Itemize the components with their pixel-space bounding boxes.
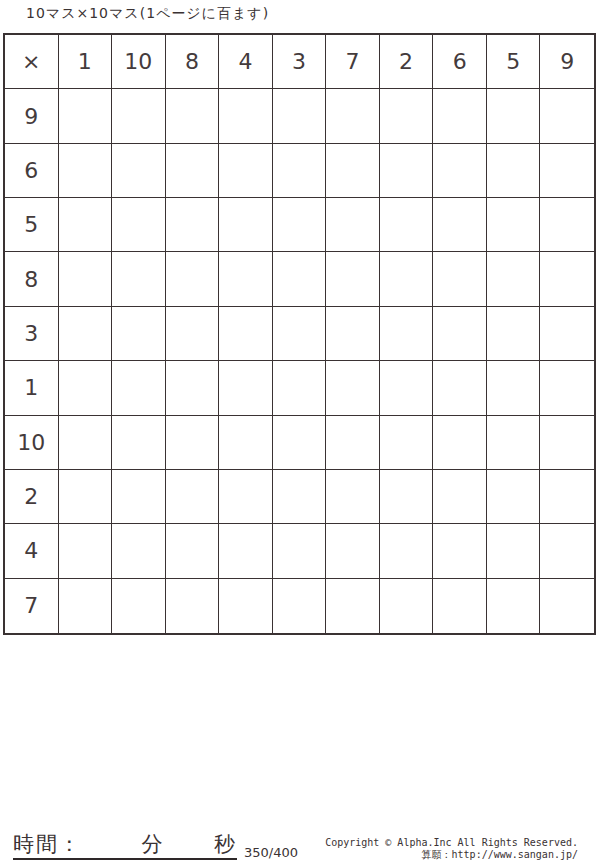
answer-cell (540, 524, 594, 578)
answer-cell (273, 524, 327, 578)
answer-cell (112, 361, 166, 415)
answer-cell (326, 144, 380, 198)
operator-cell: × (5, 35, 59, 89)
answer-cell (380, 252, 434, 306)
answer-cell (166, 144, 220, 198)
answer-cell (326, 252, 380, 306)
answer-cell (540, 89, 594, 143)
answer-cell (540, 579, 594, 633)
answer-cell (540, 144, 594, 198)
answer-cell (59, 361, 113, 415)
answer-cell (112, 198, 166, 252)
answer-cell (273, 470, 327, 524)
col-header-cell: 6 (433, 35, 487, 89)
answer-cell (166, 198, 220, 252)
col-header-cell: 2 (380, 35, 434, 89)
answer-cell (380, 416, 434, 470)
answer-cell (540, 361, 594, 415)
answer-cell (59, 198, 113, 252)
answer-cell (433, 252, 487, 306)
answer-cell (219, 416, 273, 470)
answer-cell (433, 470, 487, 524)
answer-cell (433, 361, 487, 415)
answer-cell (326, 307, 380, 361)
answer-cell (326, 89, 380, 143)
progress-counter: 350/400 (244, 845, 298, 860)
answer-cell (540, 307, 594, 361)
answer-cell (540, 416, 594, 470)
answer-cell (380, 470, 434, 524)
answer-cell (59, 524, 113, 578)
answer-cell (380, 307, 434, 361)
answer-cell (273, 361, 327, 415)
answer-cell (112, 144, 166, 198)
answer-cell (433, 579, 487, 633)
answer-cell (433, 524, 487, 578)
col-header-cell: 8 (166, 35, 220, 89)
answer-cell (326, 198, 380, 252)
page-title: 10マス×10マス(1ページに百ます) (26, 5, 269, 23)
answer-cell (219, 89, 273, 143)
row-header-cell: 7 (5, 579, 59, 633)
answer-cell (59, 252, 113, 306)
source-site-line: 算願：http://www.sangan.jp/ (325, 849, 578, 861)
col-header-cell: 3 (273, 35, 327, 89)
answer-cell (112, 470, 166, 524)
col-header-cell: 7 (326, 35, 380, 89)
answer-cell (112, 307, 166, 361)
answer-cell (166, 470, 220, 524)
answer-cell (59, 470, 113, 524)
row-header-cell: 9 (5, 89, 59, 143)
answer-cell (433, 144, 487, 198)
row-header-cell: 5 (5, 198, 59, 252)
answer-cell (487, 252, 541, 306)
col-header-cell: 9 (540, 35, 594, 89)
answer-cell (326, 470, 380, 524)
answer-cell (433, 89, 487, 143)
answer-cell (166, 307, 220, 361)
answer-cell (112, 579, 166, 633)
answer-cell (59, 579, 113, 633)
answer-cell (273, 198, 327, 252)
answer-cell (219, 470, 273, 524)
answer-cell (112, 89, 166, 143)
answer-cell (112, 524, 166, 578)
answer-cell (487, 198, 541, 252)
answer-cell (273, 416, 327, 470)
col-header-cell: 10 (112, 35, 166, 89)
col-header-cell: 4 (219, 35, 273, 89)
answer-cell (219, 198, 273, 252)
answer-cell (273, 307, 327, 361)
answer-cell (380, 198, 434, 252)
answer-cell (273, 252, 327, 306)
answer-cell (219, 252, 273, 306)
answer-cell (273, 144, 327, 198)
answer-cell (219, 307, 273, 361)
minutes-label: 分 (141, 830, 164, 858)
answer-cell (433, 307, 487, 361)
time-entry-line: 時間： 分 秒 (13, 833, 237, 860)
answer-cell (487, 579, 541, 633)
answer-cell (380, 579, 434, 633)
row-header-cell: 8 (5, 252, 59, 306)
answer-cell (219, 144, 273, 198)
answer-cell (219, 524, 273, 578)
copyright-block: Copyright © Alpha.Inc All Rights Reserve… (325, 837, 578, 860)
answer-cell (166, 579, 220, 633)
answer-cell (166, 361, 220, 415)
answer-cell (273, 89, 327, 143)
answer-cell (433, 416, 487, 470)
row-header-cell: 3 (5, 307, 59, 361)
answer-cell (59, 416, 113, 470)
answer-cell (326, 579, 380, 633)
row-header-cell: 1 (5, 361, 59, 415)
multiplication-grid: ×1108437265996583110247 (3, 33, 596, 635)
row-header-cell: 6 (5, 144, 59, 198)
answer-cell (219, 579, 273, 633)
row-header-cell: 4 (5, 524, 59, 578)
answer-cell (112, 252, 166, 306)
answer-cell (166, 252, 220, 306)
col-header-cell: 5 (487, 35, 541, 89)
answer-cell (380, 144, 434, 198)
answer-cell (326, 524, 380, 578)
answer-cell (219, 361, 273, 415)
answer-cell (166, 89, 220, 143)
answer-cell (273, 579, 327, 633)
answer-cell (487, 144, 541, 198)
answer-cell (487, 470, 541, 524)
row-header-cell: 10 (5, 416, 59, 470)
time-label: 時間： (13, 830, 82, 858)
answer-cell (166, 416, 220, 470)
answer-cell (59, 307, 113, 361)
copyright-line: Copyright © Alpha.Inc All Rights Reserve… (325, 837, 578, 849)
answer-cell (380, 89, 434, 143)
answer-cell (380, 361, 434, 415)
answer-cell (487, 524, 541, 578)
answer-cell (540, 198, 594, 252)
answer-cell (59, 89, 113, 143)
seconds-label: 秒 (214, 830, 237, 858)
answer-cell (540, 252, 594, 306)
answer-cell (166, 524, 220, 578)
row-header-cell: 2 (5, 470, 59, 524)
col-header-cell: 1 (59, 35, 113, 89)
answer-cell (487, 416, 541, 470)
answer-cell (326, 416, 380, 470)
answer-cell (112, 416, 166, 470)
answer-cell (380, 524, 434, 578)
answer-cell (487, 307, 541, 361)
answer-cell (540, 470, 594, 524)
answer-cell (326, 361, 380, 415)
answer-cell (487, 89, 541, 143)
answer-cell (59, 144, 113, 198)
answer-cell (487, 361, 541, 415)
answer-cell (433, 198, 487, 252)
